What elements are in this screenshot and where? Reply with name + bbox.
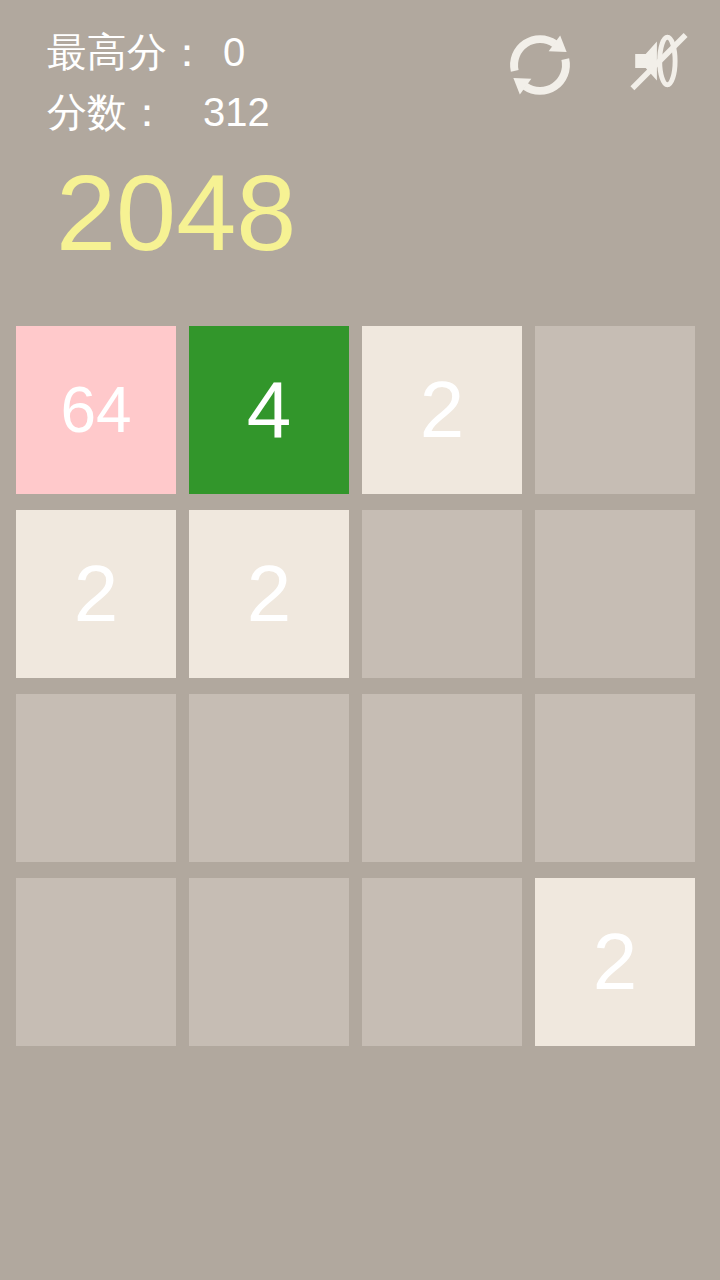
empty-cell bbox=[535, 326, 695, 494]
empty-cell bbox=[189, 694, 349, 862]
game-title: 2048 bbox=[56, 159, 296, 267]
best-score-value: 0 bbox=[223, 22, 245, 82]
current-score-label: 分数： bbox=[47, 82, 167, 142]
tile-2: 2 bbox=[189, 510, 349, 678]
tile-2: 2 bbox=[535, 878, 695, 1046]
best-score-line: 最高分：0 bbox=[47, 22, 270, 82]
empty-cell bbox=[189, 878, 349, 1046]
best-score-label: 最高分： bbox=[47, 22, 207, 82]
current-score-line: 分数：312 bbox=[47, 82, 270, 142]
tile-2: 2 bbox=[16, 510, 176, 678]
empty-cell bbox=[535, 694, 695, 862]
score-panel: 最高分：0 分数：312 bbox=[47, 22, 270, 142]
refresh-icon bbox=[504, 26, 576, 104]
restart-button[interactable] bbox=[504, 26, 576, 104]
empty-cell bbox=[16, 694, 176, 862]
empty-cell bbox=[362, 694, 522, 862]
tile-4: 4 bbox=[189, 326, 349, 494]
muted-speaker-icon bbox=[624, 20, 694, 102]
empty-cell bbox=[362, 510, 522, 678]
current-score-value: 312 bbox=[203, 82, 270, 142]
empty-cell bbox=[362, 878, 522, 1046]
empty-cell bbox=[535, 510, 695, 678]
tile-64: 64 bbox=[16, 326, 176, 494]
mute-button[interactable] bbox=[624, 20, 694, 102]
board[interactable]: 6442222 bbox=[16, 326, 695, 1046]
tile-2: 2 bbox=[362, 326, 522, 494]
empty-cell bbox=[16, 878, 176, 1046]
